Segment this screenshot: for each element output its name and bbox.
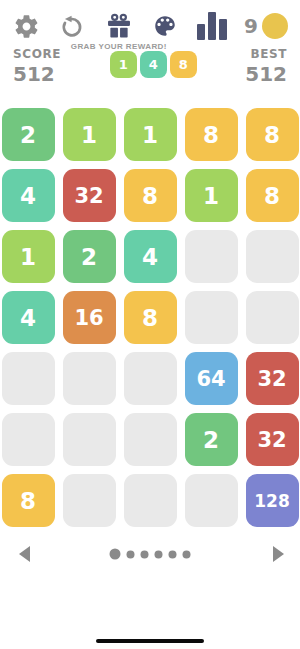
page-dot: [155, 550, 163, 558]
tile-2[interactable]: 2: [63, 230, 116, 283]
tile-empty[interactable]: [185, 230, 238, 283]
tile-8[interactable]: 8: [185, 108, 238, 161]
coin-counter[interactable]: 9: [244, 13, 288, 39]
score-label: SCORE: [13, 47, 61, 61]
tile-empty[interactable]: [63, 413, 116, 466]
tile-32[interactable]: 32: [246, 413, 299, 466]
coin-icon: [262, 13, 288, 39]
tile-32[interactable]: 32: [246, 352, 299, 405]
undo-icon: [59, 13, 85, 39]
tile-16[interactable]: 16: [63, 291, 116, 344]
tile-1[interactable]: 1: [63, 108, 116, 161]
gear-icon: [13, 13, 40, 40]
tile-8[interactable]: 8: [124, 291, 177, 344]
tile-64[interactable]: 64: [185, 352, 238, 405]
tile-empty[interactable]: [185, 474, 238, 527]
score-value: 512: [13, 62, 61, 86]
tile-empty[interactable]: [63, 352, 116, 405]
tile-8[interactable]: 8: [2, 474, 55, 527]
tile-empty[interactable]: [246, 230, 299, 283]
tile-empty[interactable]: [124, 474, 177, 527]
tile-4[interactable]: 4: [2, 291, 55, 344]
best-value: 512: [245, 62, 287, 86]
tile-empty[interactable]: [2, 413, 55, 466]
gift-icon: [105, 12, 133, 40]
tile-empty[interactable]: [2, 352, 55, 405]
next-tile-8: 8: [170, 51, 197, 78]
page-dot: [110, 549, 121, 560]
reward-caption: GRAB YOUR REWARD!: [71, 42, 167, 51]
board-pager: [0, 543, 300, 565]
top-toolbar: GRAB YOUR REWARD! 9: [0, 0, 300, 40]
page-dots: [110, 549, 191, 560]
home-indicator[interactable]: [96, 639, 204, 643]
tile-8[interactable]: 8: [124, 169, 177, 222]
score-block: SCORE 512: [13, 47, 61, 86]
prev-board-arrow[interactable]: [19, 546, 30, 562]
tile-1[interactable]: 1: [185, 169, 238, 222]
tile-empty[interactable]: [63, 474, 116, 527]
settings-button[interactable]: [12, 12, 40, 40]
best-label: BEST: [250, 47, 287, 61]
bar-chart-icon: [197, 12, 227, 40]
board: 21188432818124416864322328128: [0, 108, 300, 527]
next-tiles: 148: [110, 51, 197, 78]
page-dot: [183, 550, 191, 558]
tile-2[interactable]: 2: [185, 413, 238, 466]
tile-empty[interactable]: [185, 291, 238, 344]
tile-128[interactable]: 128: [246, 474, 299, 527]
page-dot: [127, 550, 135, 558]
tile-empty[interactable]: [246, 291, 299, 344]
tile-empty[interactable]: [124, 413, 177, 466]
tile-4[interactable]: 4: [124, 230, 177, 283]
undo-button[interactable]: [58, 12, 86, 40]
best-block: BEST 512: [245, 47, 287, 86]
page-dot: [141, 550, 149, 558]
next-tile-4: 4: [140, 51, 167, 78]
tile-4[interactable]: 4: [2, 169, 55, 222]
tile-empty[interactable]: [124, 352, 177, 405]
tile-2[interactable]: 2: [2, 108, 55, 161]
tile-8[interactable]: 8: [246, 169, 299, 222]
palette-icon: [152, 13, 178, 39]
coin-count: 9: [244, 14, 258, 38]
tile-1[interactable]: 1: [2, 230, 55, 283]
score-panel: SCORE 512 148 BEST 512: [0, 47, 300, 86]
next-tile-1: 1: [110, 51, 137, 78]
tile-32[interactable]: 32: [63, 169, 116, 222]
tile-1[interactable]: 1: [124, 108, 177, 161]
reward-button[interactable]: GRAB YOUR REWARD!: [105, 12, 133, 40]
theme-button[interactable]: [151, 12, 179, 40]
next-board-arrow[interactable]: [273, 546, 284, 562]
page-dot: [169, 550, 177, 558]
tile-8[interactable]: 8: [246, 108, 299, 161]
stats-button[interactable]: [198, 12, 226, 40]
